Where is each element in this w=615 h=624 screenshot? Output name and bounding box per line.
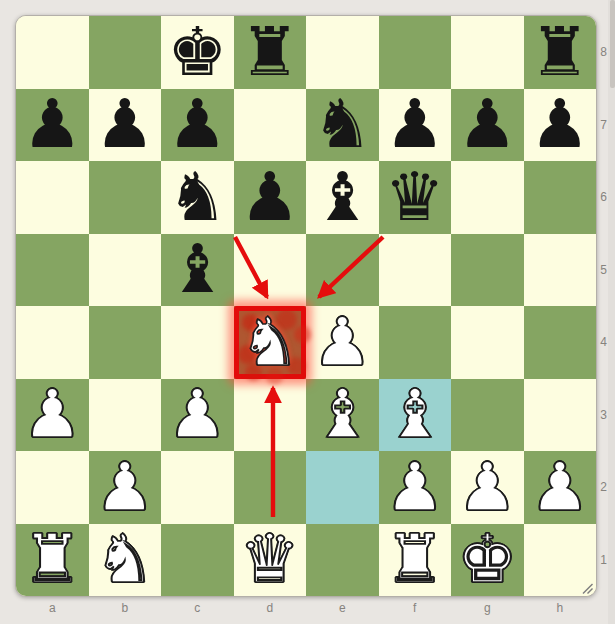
white-rook-a1[interactable]: ♜ [16,524,89,597]
square-c5[interactable]: ♝ [161,234,234,307]
square-g2[interactable]: ♟ [451,451,524,524]
square-d5[interactable] [234,234,307,307]
square-g5[interactable] [451,234,524,307]
black-rook-h8[interactable]: ♜ [524,16,597,89]
square-d1[interactable]: ♛ [234,524,307,597]
square-f2[interactable]: ♟ [379,451,452,524]
square-d6[interactable]: ♟ [234,161,307,234]
black-rook-d8[interactable]: ♜ [234,16,307,89]
square-d8[interactable]: ♜ [234,16,307,89]
square-a7[interactable]: ♟ [16,89,89,162]
square-f7[interactable]: ♟ [379,89,452,162]
square-e7[interactable]: ♞ [306,89,379,162]
square-g4[interactable] [451,306,524,379]
square-d2[interactable] [234,451,307,524]
square-c8[interactable]: ♚ [161,16,234,89]
square-h6[interactable] [524,161,597,234]
white-rook-f1[interactable]: ♜ [379,524,452,597]
black-pawn-f7[interactable]: ♟ [379,89,452,162]
square-h4[interactable] [524,306,597,379]
square-f5[interactable] [379,234,452,307]
white-pawn-c3[interactable]: ♟ [161,379,234,452]
black-pawn-c7[interactable]: ♟ [161,89,234,162]
square-b3[interactable] [89,379,162,452]
black-king-c8[interactable]: ♚ [161,16,234,89]
square-a6[interactable] [16,161,89,234]
square-d4[interactable]: ♞ [234,306,307,379]
black-pawn-d6[interactable]: ♟ [234,161,307,234]
square-e4[interactable]: ♟ [306,306,379,379]
file-label-h: h [524,599,597,616]
square-f1[interactable]: ♜ [379,524,452,597]
square-f8[interactable] [379,16,452,89]
scrollbar-thumb[interactable] [610,0,615,88]
white-pawn-h2[interactable]: ♟ [524,451,597,524]
scrollbar[interactable] [608,0,615,624]
resize-handle-icon[interactable] [581,581,594,594]
black-queen-f6[interactable]: ♛ [379,161,452,234]
file-labels: abcdefgh [16,599,596,616]
square-c7[interactable]: ♟ [161,89,234,162]
square-b2[interactable]: ♟ [89,451,162,524]
white-queen-d1[interactable]: ♛ [234,524,307,597]
square-e3[interactable]: ♝ [306,379,379,452]
square-e2[interactable] [306,451,379,524]
white-pawn-a3[interactable]: ♟ [16,379,89,452]
black-pawn-b7[interactable]: ♟ [89,89,162,162]
file-label-e: e [306,599,379,616]
file-label-d: d [234,599,307,616]
chess-board[interactable]: ♚♜♜♟♟♟♞♟♟♟♞♟♝♛♝♞♟♟♟♝♝♟♟♟♟♜♞♛♜♚ [15,15,597,597]
square-b8[interactable] [89,16,162,89]
square-e8[interactable] [306,16,379,89]
black-knight-c6[interactable]: ♞ [161,161,234,234]
square-a1[interactable]: ♜ [16,524,89,597]
white-pawn-g2[interactable]: ♟ [451,451,524,524]
square-f3[interactable]: ♝ [379,379,452,452]
white-bishop-e3[interactable]: ♝ [306,379,379,452]
square-f6[interactable]: ♛ [379,161,452,234]
square-g3[interactable] [451,379,524,452]
black-bishop-e6[interactable]: ♝ [306,161,379,234]
square-a5[interactable] [16,234,89,307]
white-knight-d4[interactable]: ♞ [234,306,307,379]
file-label-g: g [451,599,524,616]
square-b1[interactable]: ♞ [89,524,162,597]
file-label-f: f [379,599,452,616]
white-pawn-f2[interactable]: ♟ [379,451,452,524]
board-squares: ♚♜♜♟♟♟♞♟♟♟♞♟♝♛♝♞♟♟♟♝♝♟♟♟♟♜♞♛♜♚ [16,16,596,596]
square-g1[interactable]: ♚ [451,524,524,597]
square-b5[interactable] [89,234,162,307]
square-a4[interactable] [16,306,89,379]
square-e1[interactable] [306,524,379,597]
square-d3[interactable] [234,379,307,452]
black-knight-e7[interactable]: ♞ [306,89,379,162]
white-pawn-b2[interactable]: ♟ [89,451,162,524]
square-e6[interactable]: ♝ [306,161,379,234]
square-f4[interactable] [379,306,452,379]
black-pawn-a7[interactable]: ♟ [16,89,89,162]
square-h2[interactable]: ♟ [524,451,597,524]
black-pawn-h7[interactable]: ♟ [524,89,597,162]
square-g7[interactable]: ♟ [451,89,524,162]
square-d7[interactable] [234,89,307,162]
square-g6[interactable] [451,161,524,234]
square-c4[interactable] [161,306,234,379]
file-label-c: c [161,599,234,616]
file-label-a: a [16,599,89,616]
square-g8[interactable] [451,16,524,89]
white-bishop-f3[interactable]: ♝ [379,379,452,452]
square-h3[interactable] [524,379,597,452]
black-bishop-c5[interactable]: ♝ [161,234,234,307]
square-h7[interactable]: ♟ [524,89,597,162]
square-b7[interactable]: ♟ [89,89,162,162]
square-h5[interactable] [524,234,597,307]
file-label-b: b [89,599,162,616]
square-b6[interactable] [89,161,162,234]
square-c3[interactable]: ♟ [161,379,234,452]
white-pawn-e4[interactable]: ♟ [306,306,379,379]
square-b4[interactable] [89,306,162,379]
white-knight-b1[interactable]: ♞ [89,524,162,597]
square-c1[interactable] [161,524,234,597]
resize-grip-lines [581,582,594,595]
square-c6[interactable]: ♞ [161,161,234,234]
square-a8[interactable] [16,16,89,89]
black-pawn-g7[interactable]: ♟ [451,89,524,162]
square-e5[interactable] [306,234,379,307]
square-a2[interactable] [16,451,89,524]
square-h8[interactable]: ♜ [524,16,597,89]
square-c2[interactable] [161,451,234,524]
square-a3[interactable]: ♟ [16,379,89,452]
white-king-g1[interactable]: ♚ [451,524,524,597]
